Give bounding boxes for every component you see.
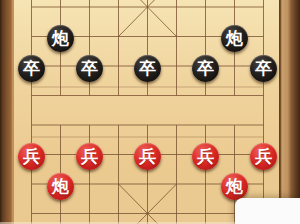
piece-red-soldier[interactable]: 兵 <box>134 143 161 170</box>
board-frame-right <box>279 0 300 224</box>
piece-red-cannon[interactable]: 炮 <box>47 173 74 200</box>
piece-black-soldier[interactable]: 卒 <box>134 55 161 82</box>
piece-black-soldier[interactable]: 卒 <box>76 55 103 82</box>
piece-red-soldier[interactable]: 兵 <box>18 143 45 170</box>
piece-red-soldier[interactable]: 兵 <box>192 143 219 170</box>
piece-black-cannon[interactable]: 炮 <box>221 25 248 52</box>
piece-red-soldier[interactable]: 兵 <box>250 143 277 170</box>
piece-black-cannon[interactable]: 炮 <box>47 25 74 52</box>
piece-black-soldier[interactable]: 卒 <box>250 55 277 82</box>
piece-black-soldier[interactable]: 卒 <box>192 55 219 82</box>
piece-red-soldier[interactable]: 兵 <box>76 143 103 170</box>
xiangqi-app-screen: 炮炮卒卒卒卒卒兵兵兵兵兵炮炮 <box>0 0 300 224</box>
board-grid <box>0 0 300 224</box>
board-frame-left <box>0 0 14 224</box>
popup-panel[interactable] <box>235 198 300 224</box>
piece-red-cannon[interactable]: 炮 <box>221 173 248 200</box>
piece-black-soldier[interactable]: 卒 <box>18 55 45 82</box>
